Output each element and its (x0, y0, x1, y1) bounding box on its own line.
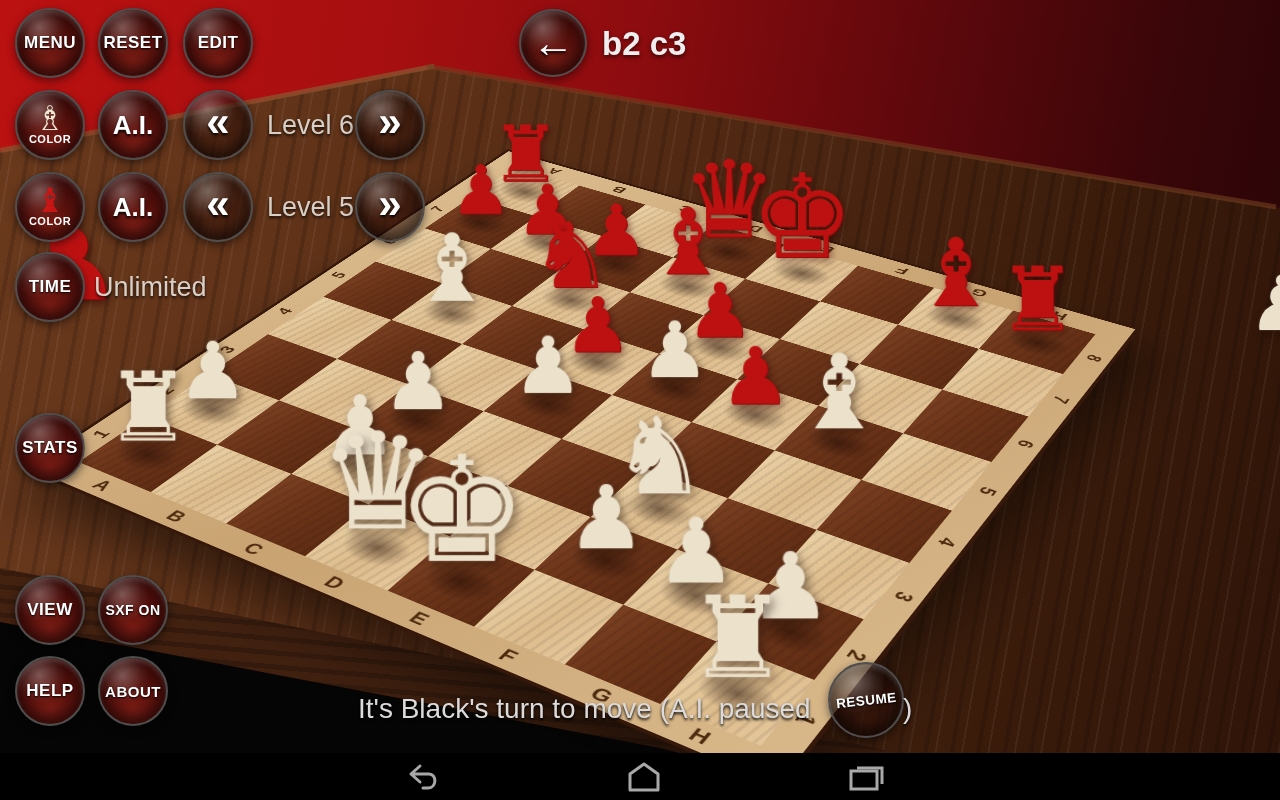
white-level-up-button[interactable]: » (355, 90, 425, 160)
edit-button[interactable]: EDIT (183, 8, 253, 78)
piece-glyph: ♟ (513, 328, 583, 403)
white-color-button[interactable]: ♗ COLOR (15, 90, 85, 160)
recents-icon[interactable] (844, 760, 888, 794)
view-button[interactable]: VIEW (15, 575, 85, 645)
white-ai-button[interactable]: A.I. (98, 90, 168, 160)
status-close-paren: ) (903, 693, 912, 725)
piece-glyph: ♟ (567, 476, 646, 559)
resume-button[interactable]: RESUME (828, 662, 904, 738)
piece-glyph: ♜ (105, 362, 191, 453)
red-level-label: Level 5 (267, 192, 354, 223)
last-move-display: b2 c3 (602, 25, 686, 63)
time-value-label: Unlimited (94, 272, 207, 303)
chevron-right-icon: » (378, 183, 401, 225)
back-icon[interactable] (401, 760, 445, 794)
piece-glyph: ♝ (410, 224, 494, 313)
red-level-up-button[interactable]: » (355, 172, 425, 242)
turn-status-text: It's Black's turn to move (A.I. paused (358, 693, 811, 725)
red-piece-icon: ♝ (35, 183, 65, 217)
white-level-down-button[interactable]: « (183, 90, 253, 160)
piece-glyph: ♜ (687, 585, 788, 692)
captured-white-piece: ♟ (1248, 266, 1280, 707)
chevron-left-icon: « (206, 101, 229, 143)
left-arrow-icon: ← (532, 22, 574, 64)
stats-button[interactable]: STATS (15, 413, 85, 483)
android-navbar (0, 753, 1280, 800)
piece-glyph: ♟ (640, 313, 710, 387)
piece-glyph: ♝ (914, 228, 998, 317)
red-level-down-button[interactable]: « (183, 172, 253, 242)
undo-button[interactable]: ← (519, 9, 587, 77)
status-bar: It's Black's turn to move (A.I. paused R… (0, 678, 1280, 753)
red-color-button[interactable]: ♝ COLOR (15, 172, 85, 242)
red-ai-button[interactable]: A.I. (98, 172, 168, 242)
reset-button[interactable]: RESET (98, 8, 168, 78)
white-piece-icon: ♗ (35, 101, 65, 135)
chevron-right-icon: » (378, 101, 401, 143)
white-level-label: Level 6 (267, 110, 354, 141)
piece-glyph: ♚ (396, 441, 527, 580)
menu-button[interactable]: MENU (15, 8, 85, 78)
chevron-left-icon: « (206, 183, 229, 225)
square-h7[interactable] (942, 349, 1063, 417)
piece-glyph: ♚ (750, 162, 854, 272)
piece-glyph: ♝ (793, 343, 886, 441)
time-button[interactable]: TIME (15, 252, 85, 322)
piece-glyph: ♜ (998, 258, 1077, 342)
sxf-button[interactable]: SXF ON (98, 575, 168, 645)
home-icon[interactable] (622, 760, 666, 794)
piece-glyph: ♟ (720, 339, 791, 414)
